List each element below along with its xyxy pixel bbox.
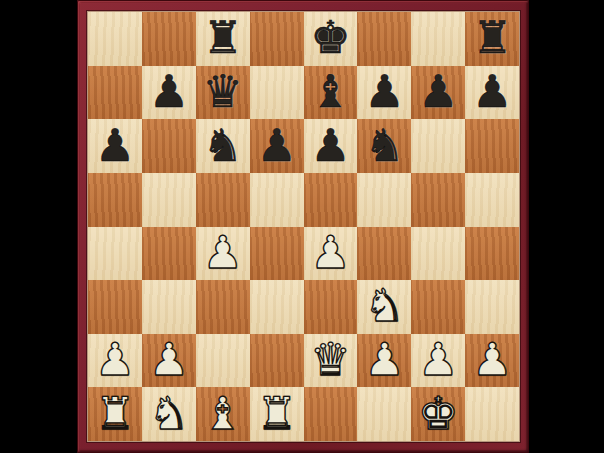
square-d5[interactable] (250, 173, 304, 227)
square-e4[interactable]: ♟ (304, 227, 358, 281)
piece-white-pawn[interactable]: ♟ (418, 337, 458, 382)
square-a3[interactable] (88, 280, 142, 334)
square-d8[interactable] (250, 12, 304, 66)
square-d7[interactable] (250, 66, 304, 120)
square-a2[interactable]: ♟ (88, 334, 142, 388)
square-c8[interactable]: ♜ (196, 12, 250, 66)
square-a1[interactable]: ♜ (88, 387, 142, 441)
piece-white-pawn[interactable]: ♟ (203, 230, 243, 275)
square-g5[interactable] (411, 173, 465, 227)
piece-white-pawn[interactable]: ♟ (310, 230, 350, 275)
piece-black-rook[interactable]: ♜ (203, 15, 243, 60)
square-h6[interactable] (465, 119, 519, 173)
square-c2[interactable] (196, 334, 250, 388)
square-b8[interactable] (142, 12, 196, 66)
square-g1[interactable]: ♚ (411, 387, 465, 441)
piece-black-pawn[interactable]: ♟ (364, 69, 404, 114)
square-c1[interactable]: ♝ (196, 387, 250, 441)
square-h5[interactable] (465, 173, 519, 227)
piece-white-queen[interactable]: ♛ (310, 337, 350, 382)
square-a5[interactable] (88, 173, 142, 227)
piece-black-knight[interactable]: ♞ (203, 123, 243, 168)
square-h2[interactable]: ♟ (465, 334, 519, 388)
square-e6[interactable]: ♟ (304, 119, 358, 173)
square-f4[interactable] (357, 227, 411, 281)
square-f1[interactable] (357, 387, 411, 441)
square-d2[interactable] (250, 334, 304, 388)
square-d3[interactable] (250, 280, 304, 334)
square-c7[interactable]: ♛ (196, 66, 250, 120)
square-e2[interactable]: ♛ (304, 334, 358, 388)
piece-black-pawn[interactable]: ♟ (418, 69, 458, 114)
square-g6[interactable] (411, 119, 465, 173)
square-h8[interactable]: ♜ (465, 12, 519, 66)
square-e5[interactable] (304, 173, 358, 227)
piece-white-bishop[interactable]: ♝ (203, 391, 243, 436)
piece-black-pawn[interactable]: ♟ (256, 123, 296, 168)
square-h3[interactable] (465, 280, 519, 334)
piece-white-king[interactable]: ♚ (418, 391, 458, 436)
piece-black-queen[interactable]: ♛ (203, 69, 243, 114)
square-a4[interactable] (88, 227, 142, 281)
piece-white-pawn[interactable]: ♟ (149, 337, 189, 382)
square-c4[interactable]: ♟ (196, 227, 250, 281)
chess-board-frame: ♜♚♜♟♛♝♟♟♟♟♞♟♟♞♟♟♞♟♟♛♟♟♟♜♞♝♜♚ (77, 0, 529, 453)
square-b3[interactable] (142, 280, 196, 334)
square-g7[interactable]: ♟ (411, 66, 465, 120)
piece-white-pawn[interactable]: ♟ (364, 337, 404, 382)
piece-white-rook[interactable]: ♜ (256, 391, 296, 436)
square-b6[interactable] (142, 119, 196, 173)
square-f2[interactable]: ♟ (357, 334, 411, 388)
square-a6[interactable]: ♟ (88, 119, 142, 173)
square-c6[interactable]: ♞ (196, 119, 250, 173)
square-h1[interactable] (465, 387, 519, 441)
square-e7[interactable]: ♝ (304, 66, 358, 120)
square-b1[interactable]: ♞ (142, 387, 196, 441)
square-f3[interactable]: ♞ (357, 280, 411, 334)
square-e3[interactable] (304, 280, 358, 334)
piece-white-knight[interactable]: ♞ (364, 283, 404, 328)
square-d1[interactable]: ♜ (250, 387, 304, 441)
piece-black-pawn[interactable]: ♟ (149, 69, 189, 114)
piece-black-pawn[interactable]: ♟ (95, 123, 135, 168)
square-f8[interactable] (357, 12, 411, 66)
square-a8[interactable] (88, 12, 142, 66)
piece-black-bishop[interactable]: ♝ (310, 69, 350, 114)
piece-white-knight[interactable]: ♞ (149, 391, 189, 436)
square-c3[interactable] (196, 280, 250, 334)
square-f5[interactable] (357, 173, 411, 227)
square-h7[interactable]: ♟ (465, 66, 519, 120)
piece-black-king[interactable]: ♚ (310, 15, 350, 60)
chess-board: ♜♚♜♟♛♝♟♟♟♟♞♟♟♞♟♟♞♟♟♛♟♟♟♜♞♝♜♚ (88, 12, 519, 441)
piece-white-pawn[interactable]: ♟ (472, 337, 512, 382)
square-b5[interactable] (142, 173, 196, 227)
square-h4[interactable] (465, 227, 519, 281)
square-b2[interactable]: ♟ (142, 334, 196, 388)
square-b4[interactable] (142, 227, 196, 281)
square-g8[interactable] (411, 12, 465, 66)
square-g3[interactable] (411, 280, 465, 334)
square-g4[interactable] (411, 227, 465, 281)
piece-white-pawn[interactable]: ♟ (95, 337, 135, 382)
piece-black-knight[interactable]: ♞ (364, 123, 404, 168)
piece-black-pawn[interactable]: ♟ (472, 69, 512, 114)
square-d4[interactable] (250, 227, 304, 281)
square-e8[interactable]: ♚ (304, 12, 358, 66)
video-frame: ♜♚♜♟♛♝♟♟♟♟♞♟♟♞♟♟♞♟♟♛♟♟♟♜♞♝♜♚ (0, 0, 604, 453)
square-c5[interactable] (196, 173, 250, 227)
square-d6[interactable]: ♟ (250, 119, 304, 173)
square-f6[interactable]: ♞ (357, 119, 411, 173)
square-b7[interactable]: ♟ (142, 66, 196, 120)
piece-black-rook[interactable]: ♜ (472, 15, 512, 60)
piece-black-pawn[interactable]: ♟ (310, 123, 350, 168)
square-e1[interactable] (304, 387, 358, 441)
piece-white-rook[interactable]: ♜ (95, 391, 135, 436)
square-a7[interactable] (88, 66, 142, 120)
square-f7[interactable]: ♟ (357, 66, 411, 120)
square-g2[interactable]: ♟ (411, 334, 465, 388)
